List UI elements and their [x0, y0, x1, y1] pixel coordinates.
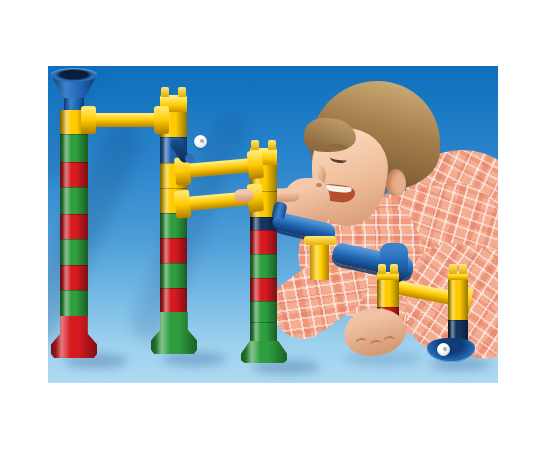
knuckle — [369, 339, 382, 351]
tower-segment-red — [250, 278, 277, 301]
tower-segment-red — [60, 162, 88, 187]
tower-segment-red — [60, 214, 88, 239]
funnel-rim — [51, 68, 97, 82]
dish-marble — [437, 343, 450, 356]
yellow-holder-post — [310, 242, 329, 280]
yellow-holder-top — [304, 236, 336, 245]
tower-segment-green — [60, 187, 88, 214]
tower-segment-red — [160, 288, 187, 312]
tower-cap — [448, 272, 468, 280]
knuckle — [383, 335, 396, 347]
tower-segment-green — [60, 290, 88, 316]
tower-segment-yellow — [377, 280, 399, 307]
wall-shadow — [126, 108, 253, 347]
child-nostril — [316, 183, 322, 187]
tower-segment-red — [160, 238, 187, 263]
page-canvas — [0, 0, 550, 450]
tower-left-stack — [60, 110, 88, 316]
child-ear — [386, 169, 406, 196]
tower-segment-green — [160, 263, 187, 288]
child-fingertip — [234, 188, 255, 202]
tower-segment-green — [250, 322, 277, 341]
knuckle — [355, 337, 368, 349]
track-arm-1 — [84, 113, 166, 127]
tower-segment-green — [250, 301, 277, 322]
floor-shadow — [162, 352, 226, 366]
tower-segment-red — [60, 265, 88, 290]
falling-marble — [194, 135, 207, 148]
tower-cap — [377, 272, 399, 280]
tower-segment-yellow — [448, 280, 468, 320]
tower-right — [250, 148, 277, 363]
marble-run-photo — [48, 66, 498, 383]
tower-segment-green — [60, 239, 88, 265]
tower-segment-red — [250, 230, 277, 254]
tower-segment-green — [250, 254, 277, 278]
tower-segment-green — [60, 134, 88, 162]
tower-right-base — [241, 341, 287, 363]
